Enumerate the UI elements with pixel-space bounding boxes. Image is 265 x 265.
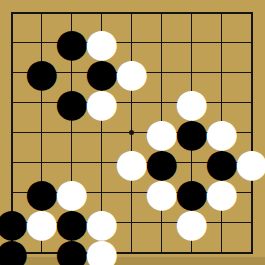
- intersection-1-1[interactable]: [0, 0, 27, 28]
- intersection-6-2[interactable]: [147, 28, 177, 58]
- intersection-3-4[interactable]: ●: [57, 88, 87, 118]
- intersection-9-9[interactable]: [237, 238, 265, 265]
- intersection-7-2[interactable]: [177, 28, 207, 58]
- hoshi-point: [129, 130, 134, 135]
- intersection-4-6[interactable]: [87, 148, 117, 178]
- black-stone: ●: [55, 23, 89, 62]
- intersection-8-7[interactable]: ●: [207, 178, 237, 208]
- intersection-2-3[interactable]: ●: [27, 58, 57, 88]
- intersection-8-2[interactable]: [207, 28, 237, 58]
- intersection-6-7[interactable]: ●: [147, 178, 177, 208]
- intersection-9-4[interactable]: [237, 88, 265, 118]
- intersection-8-3[interactable]: [207, 58, 237, 88]
- intersection-3-9[interactable]: ●: [57, 238, 87, 265]
- intersection-6-1[interactable]: [147, 0, 177, 28]
- intersection-5-3[interactable]: ●: [117, 58, 147, 88]
- white-stone: ●: [85, 83, 119, 122]
- board-grid: ●●●●●●●●●●●●●●●●●●●●●●●●●●●●: [0, 0, 265, 265]
- intersection-9-6[interactable]: ●: [237, 148, 265, 178]
- intersection-2-5[interactable]: [27, 118, 57, 148]
- intersection-5-8[interactable]: [117, 208, 147, 238]
- black-stone: ●: [175, 113, 209, 152]
- intersection-7-8[interactable]: ●: [177, 208, 207, 238]
- intersection-9-3[interactable]: [237, 58, 265, 88]
- intersection-4-4[interactable]: ●: [87, 88, 117, 118]
- white-stone: ●: [235, 143, 265, 182]
- intersection-5-6[interactable]: ●: [117, 148, 147, 178]
- intersection-1-3[interactable]: [0, 58, 27, 88]
- intersection-8-9[interactable]: [207, 238, 237, 265]
- white-stone: ●: [145, 173, 179, 212]
- intersection-8-1[interactable]: [207, 0, 237, 28]
- intersection-4-9[interactable]: ●: [87, 238, 117, 265]
- intersection-7-1[interactable]: [177, 0, 207, 28]
- intersection-9-1[interactable]: [237, 0, 265, 28]
- black-stone: ●: [25, 53, 59, 92]
- intersection-1-4[interactable]: [0, 88, 27, 118]
- white-stone: ●: [115, 143, 149, 182]
- intersection-3-2[interactable]: ●: [57, 28, 87, 58]
- intersection-9-8[interactable]: [237, 208, 265, 238]
- go-board: ●●●●●●●●●●●●●●●●●●●●●●●●●●●●: [0, 0, 265, 265]
- intersection-6-9[interactable]: [147, 238, 177, 265]
- intersection-5-9[interactable]: [117, 238, 147, 265]
- intersection-2-8[interactable]: ●: [27, 208, 57, 238]
- intersection-9-2[interactable]: [237, 28, 265, 58]
- intersection-6-3[interactable]: [147, 58, 177, 88]
- white-stone: ●: [175, 203, 209, 242]
- white-stone: ●: [25, 203, 59, 242]
- white-stone: ●: [115, 53, 149, 92]
- black-stone: ●: [55, 233, 89, 265]
- intersection-1-6[interactable]: [0, 148, 27, 178]
- intersection-7-5[interactable]: ●: [177, 118, 207, 148]
- intersection-5-1[interactable]: [117, 0, 147, 28]
- black-stone: ●: [55, 83, 89, 122]
- black-stone: ●: [0, 233, 29, 265]
- intersection-1-2[interactable]: [0, 28, 27, 58]
- intersection-1-5[interactable]: [0, 118, 27, 148]
- go-board-screenshot: ●●●●●●●●●●●●●●●●●●●●●●●●●●●●: [0, 0, 265, 265]
- white-stone: ●: [85, 233, 119, 265]
- white-stone: ●: [205, 173, 239, 212]
- intersection-1-9[interactable]: ●: [0, 238, 27, 265]
- intersection-2-1[interactable]: [27, 0, 57, 28]
